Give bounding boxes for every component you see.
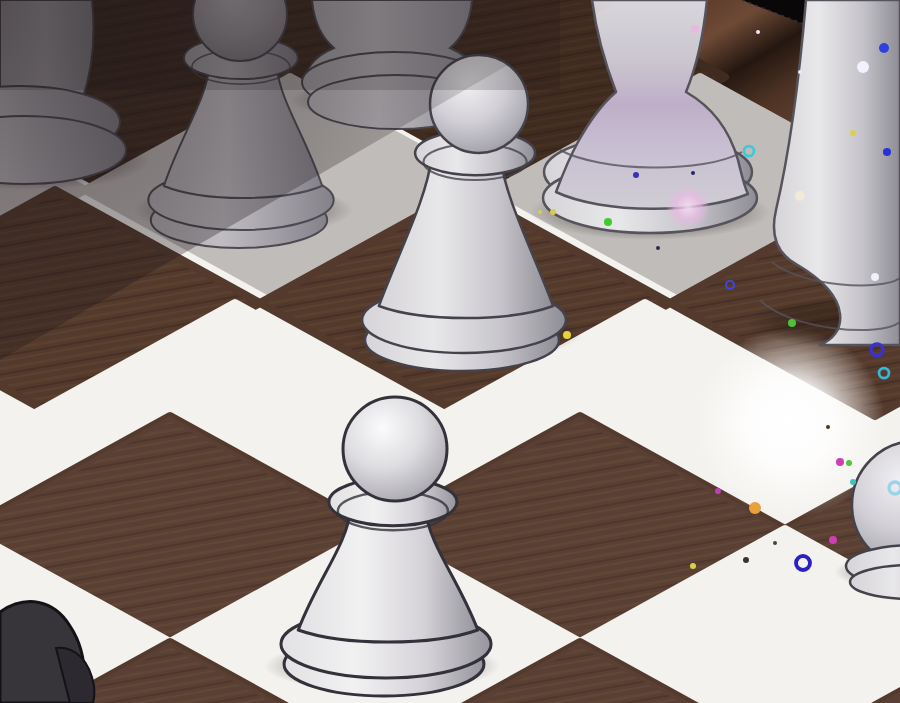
confetti-sparkle-dot [691,171,695,175]
confetti-sparkle-dot [829,536,837,544]
pawn-head-ball [343,397,447,501]
confetti-sparkle-dot [563,331,571,339]
confetti-sparkle-dot [798,70,802,74]
confetti-sparkle-dot [633,172,639,178]
confetti-sparkle-dot [773,541,777,545]
confetti-sparkle-dot [691,25,699,33]
confetti-sparkle-dot [743,557,749,563]
confetti-sparkle-dot [846,460,852,466]
confetti-sparkle-dot [756,30,760,34]
confetti-sparkle-dot [715,488,721,494]
confetti-sparkle-dot [788,319,796,327]
confetti-sparkle-dot [850,130,856,136]
confetti-sparkle-dot [836,458,844,466]
confetti-sparkle-dot [604,218,612,226]
confetti-sparkle-dot [749,502,761,514]
game-viewport [0,0,900,703]
confetti-sparkle-dot [826,425,830,429]
top-edge-shade [0,0,560,90]
confetti-sparkle-dot [883,148,891,156]
confetti-sparkle-dot [857,61,869,73]
chess-3d-scene [0,0,900,703]
confetti-sparkle-dot [879,43,889,53]
confetti-sparkle-dot [690,563,696,569]
confetti-sparkle-dot [850,479,856,485]
confetti-sparkle-dot [550,209,556,215]
confetti-sparkle-dot [538,210,542,214]
pink-light-orb [666,185,710,229]
confetti-sparkle-dot [656,246,660,250]
confetti-sparkle-dot [795,191,805,201]
confetti-sparkle-dot [871,273,879,281]
